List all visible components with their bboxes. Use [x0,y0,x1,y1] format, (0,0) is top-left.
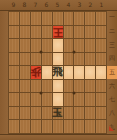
square-9a[interactable] [9,12,19,25]
board-left-border [0,11,8,134]
square-4b[interactable] [64,26,74,39]
file-label-6: 6 [41,0,52,10]
square-6a[interactable] [42,12,52,25]
file-label-7: 7 [30,0,41,10]
square-9g[interactable] [9,93,19,106]
star-point [40,91,43,94]
square-4i[interactable] [64,120,74,133]
square-9i[interactable] [9,120,19,133]
square-7i[interactable] [31,120,41,133]
board-corner-marker [109,126,114,131]
square-9b[interactable] [9,26,19,39]
rank-label: 二 [107,25,117,39]
board-grid: 王歩飛玉 [8,11,107,134]
square-2f[interactable] [85,80,95,93]
square-5e[interactable]: 飛 [53,66,63,79]
square-9d[interactable] [9,53,19,66]
shogi-app: 987654321 王歩飛玉 一二三四五六七八九 [0,0,117,140]
square-3i[interactable] [74,120,84,133]
star-point [40,51,43,54]
square-8i[interactable] [20,120,30,133]
square-1i[interactable] [96,120,106,133]
rank-label: 四 [107,52,117,66]
file-label-4: 4 [63,0,74,10]
rank-label: 一 [107,11,117,25]
sente-king-piece[interactable]: 玉 [53,108,63,118]
square-2c[interactable] [85,39,95,52]
square-1b[interactable] [96,26,106,39]
square-5c[interactable] [53,39,63,52]
square-6g[interactable] [42,93,52,106]
file-label-8: 8 [19,0,30,10]
file-label-3: 3 [74,0,85,10]
square-4h[interactable] [64,107,74,120]
square-8g[interactable] [20,93,30,106]
square-5d[interactable] [53,53,63,66]
square-9h[interactable] [9,107,19,120]
square-7h[interactable] [31,107,41,120]
square-3f[interactable] [74,80,84,93]
square-1f[interactable] [96,80,106,93]
square-8e[interactable] [20,66,30,79]
gote-king-piece[interactable]: 王 [53,27,63,37]
rank-label: 六 [107,79,117,93]
square-5a[interactable] [53,12,63,25]
square-5i[interactable] [53,120,63,133]
square-1g[interactable] [96,93,106,106]
square-1a[interactable] [96,12,106,25]
square-1h[interactable] [96,107,106,120]
square-7c[interactable] [31,39,41,52]
file-label-5: 5 [52,0,63,10]
square-1c[interactable] [96,39,106,52]
square-3g[interactable] [74,93,84,106]
gote-pawn-piece[interactable]: 歩 [31,67,41,77]
square-2a[interactable] [85,12,95,25]
square-8d[interactable] [20,53,30,66]
square-6h[interactable] [42,107,52,120]
square-2i[interactable] [85,120,95,133]
square-6d[interactable] [42,53,52,66]
star-point [72,51,75,54]
square-5f[interactable] [53,80,63,93]
rank-label: 五 [107,66,117,80]
file-label-2: 2 [85,0,96,10]
square-3c[interactable] [74,39,84,52]
square-8b[interactable] [20,26,30,39]
square-7b[interactable] [31,26,41,39]
square-4d[interactable] [64,53,74,66]
square-6e[interactable] [42,66,52,79]
square-6f[interactable] [42,80,52,93]
square-2e[interactable] [85,66,95,79]
square-8a[interactable] [20,12,30,25]
square-3e[interactable] [74,66,84,79]
square-7f[interactable] [31,80,41,93]
square-9e[interactable] [9,66,19,79]
square-3b[interactable] [74,26,84,39]
square-2b[interactable] [85,26,95,39]
rank-label: 三 [107,38,117,52]
board-bottom-border [0,134,117,140]
square-4c[interactable] [64,39,74,52]
square-7e[interactable]: 歩 [31,66,41,79]
square-3d[interactable] [74,53,84,66]
square-7g[interactable] [31,93,41,106]
rank-labels: 一二三四五六七八九 [107,11,117,134]
square-7a[interactable] [31,12,41,25]
board-right-border: 一二三四五六七八九 [107,11,117,134]
file-label-9: 9 [8,0,19,10]
square-2h[interactable] [85,107,95,120]
file-labels: 987654321 [8,0,107,10]
file-label-1: 1 [96,0,107,10]
rank-label: 八 [107,107,117,121]
square-6c[interactable] [42,39,52,52]
square-5b[interactable]: 王 [53,26,63,39]
square-9c[interactable] [9,39,19,52]
square-4a[interactable] [64,12,74,25]
square-5h[interactable]: 玉 [53,107,63,120]
square-2d[interactable] [85,53,95,66]
square-4g[interactable] [64,93,74,106]
square-7d[interactable] [31,53,41,66]
square-1d[interactable] [96,53,106,66]
rank-label: 七 [107,93,117,107]
square-3h[interactable] [74,107,84,120]
square-8f[interactable] [20,80,30,93]
square-5g[interactable] [53,93,63,106]
square-6b[interactable] [42,26,52,39]
square-2g[interactable] [85,93,95,106]
square-3a[interactable] [74,12,84,25]
square-9f[interactable] [9,80,19,93]
square-6i[interactable] [42,120,52,133]
square-8c[interactable] [20,39,30,52]
square-4e[interactable] [64,66,74,79]
square-8h[interactable] [20,107,30,120]
sente-rook-piece[interactable]: 飛 [53,67,63,77]
square-1e[interactable] [96,66,106,79]
star-point [72,91,75,94]
